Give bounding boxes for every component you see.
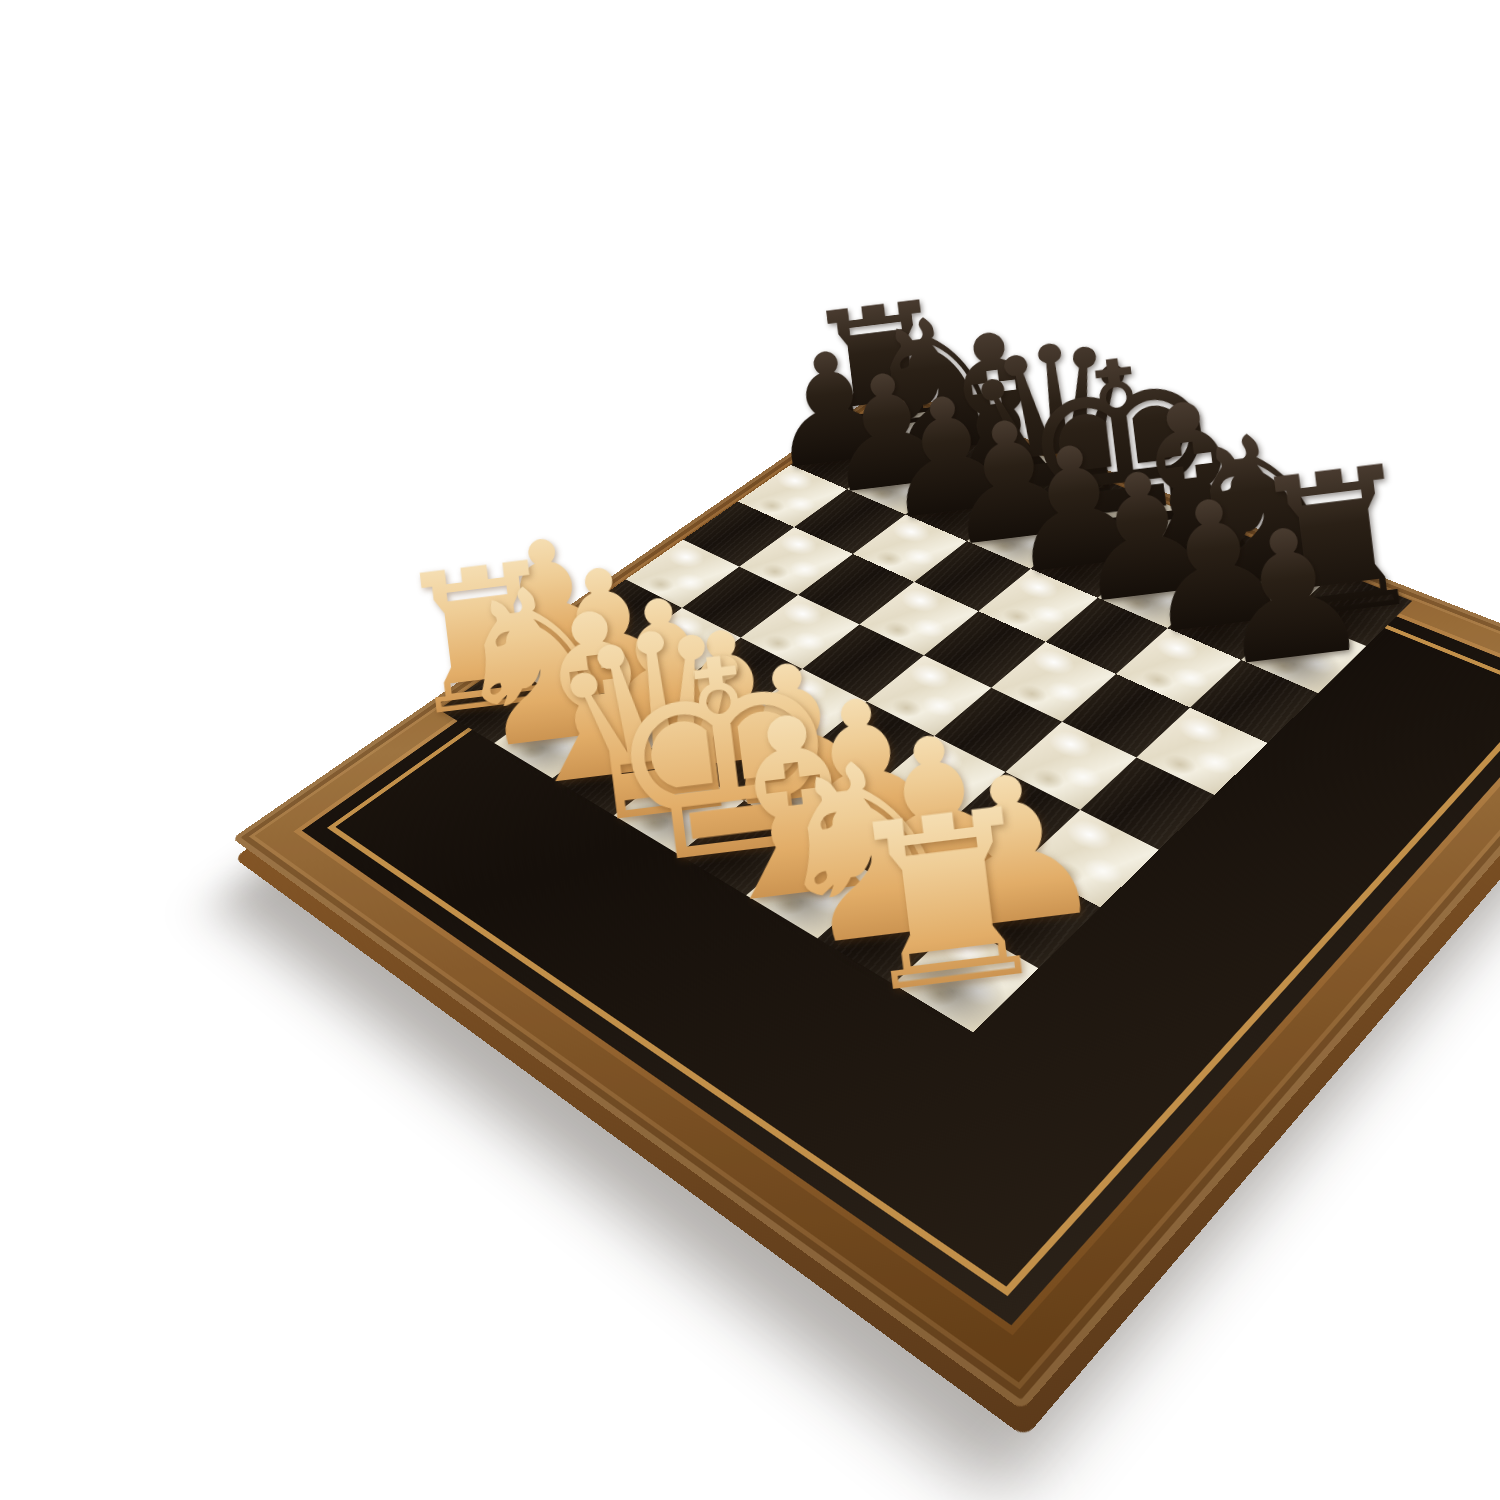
chess-board: ♜♞♝♛♚♝♞♜♟♟♟♟♟♟♟♟♟♟♟♟♟♟♟♟♜♞♝♛♚♝♞♜ xyxy=(232,385,1500,1410)
camera-perspective: ♜♞♝♛♚♝♞♜♟♟♟♟♟♟♟♟♟♟♟♟♟♟♟♟♜♞♝♛♚♝♞♜ xyxy=(0,0,1500,1500)
board-squares: ♜♞♝♛♚♝♞♜♟♟♟♟♟♟♟♟♟♟♟♟♟♟♟♟♜♞♝♛♚♝♞♜ xyxy=(257,396,1500,1379)
photo-scene: ♜♞♝♛♚♝♞♜♟♟♟♟♟♟♟♟♟♟♟♟♟♟♟♟♜♞♝♛♚♝♞♜ xyxy=(0,0,1500,1500)
square-h1[interactable]: ♜ xyxy=(893,923,1038,1032)
